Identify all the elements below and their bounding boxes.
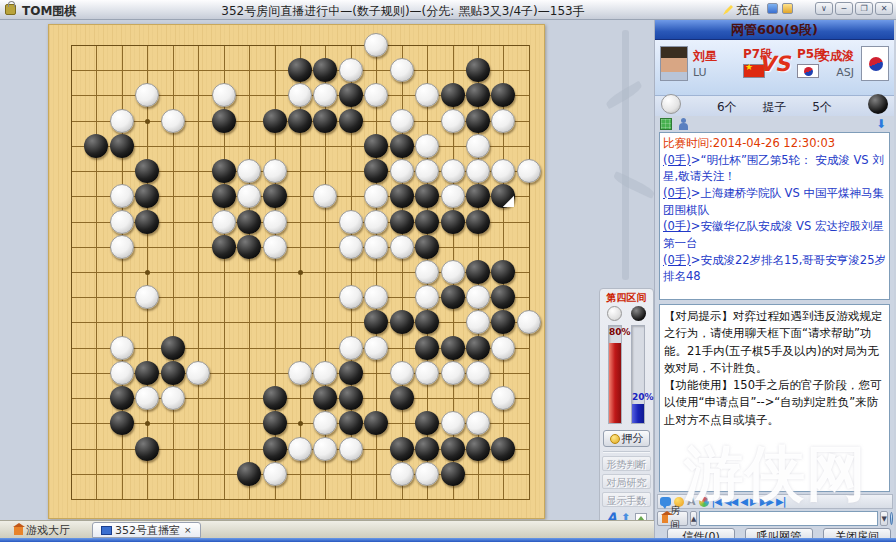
white-stone[interactable] xyxy=(364,235,388,259)
chat-message: (0手)>“明仕杯”围乙第5轮： 安成浚 VS 刘星,敬请关注！ xyxy=(663,152,886,185)
black-stone[interactable] xyxy=(415,235,439,259)
black-stone[interactable] xyxy=(441,437,465,461)
fast-forward-button[interactable]: ▶▶ xyxy=(760,496,773,508)
black-stone[interactable] xyxy=(212,109,236,133)
white-stone[interactable] xyxy=(517,159,541,183)
black-stone[interactable] xyxy=(212,159,236,183)
white-stone[interactable] xyxy=(364,210,388,234)
game-research-button[interactable]: 对局研究 xyxy=(602,474,651,489)
white-captures-count: 6个 xyxy=(717,99,737,116)
go-last-move-button[interactable]: ▶| xyxy=(776,496,785,508)
room-status-title: 352号房间直播进行中—(数子规则)—(分先: 黑贴3又3/4子)—153手 xyxy=(150,3,656,20)
black-stone[interactable] xyxy=(364,310,388,334)
white-stone[interactable] xyxy=(135,386,159,410)
white-stone[interactable] xyxy=(135,285,159,309)
white-stone[interactable] xyxy=(364,83,388,107)
white-stone[interactable] xyxy=(415,462,439,486)
white-stone[interactable] xyxy=(212,210,236,234)
chat-message-text: >安徽华亿队安成浚 VS 宏达控股刘星第一台 xyxy=(663,219,884,250)
match-time-line: 比赛时间:2014-04-26 12:30:03 xyxy=(663,135,886,152)
white-stone[interactable] xyxy=(161,109,185,133)
game-tips-box: 【对局提示】对弈过程如遇到违反游戏规定之行为，请使用聊天框下面“请求帮助”功能。… xyxy=(659,304,890,492)
captures-row: 6个 提子 5个 xyxy=(655,96,894,116)
left-player-name: 刘星 xyxy=(693,48,717,65)
next-move-button[interactable]: ▶ xyxy=(750,496,757,508)
chat-message: (0手)>安徽华亿队安成浚 VS 宏达控股刘星第一台 xyxy=(663,218,886,251)
white-stone[interactable] xyxy=(110,184,134,208)
white-stone[interactable] xyxy=(441,260,465,284)
white-stone[interactable] xyxy=(339,210,363,234)
board-grid-icon[interactable] xyxy=(660,118,672,130)
black-stone[interactable] xyxy=(135,437,159,461)
black-stone-icon xyxy=(631,306,646,321)
tab-label: 352号直播室 xyxy=(115,523,180,538)
chat-toolbar: A |◀ ◀◀ ◀ ▶ ▶▶ ▶| xyxy=(657,494,893,509)
white-stone[interactable] xyxy=(313,184,337,208)
minimize-button[interactable]: ─ xyxy=(835,2,853,15)
black-stone[interactable] xyxy=(415,184,439,208)
white-stone[interactable] xyxy=(441,361,465,385)
tab-broadcast-room[interactable]: 352号直播室 × xyxy=(92,522,201,538)
white-stone[interactable] xyxy=(491,159,515,183)
white-stone[interactable] xyxy=(491,336,515,360)
referee-header: 网管600(9段) xyxy=(655,20,894,40)
white-stone[interactable] xyxy=(339,235,363,259)
black-stone[interactable] xyxy=(313,386,337,410)
black-stone[interactable] xyxy=(466,437,490,461)
black-bet-percent: 20% xyxy=(632,392,644,402)
white-stone[interactable] xyxy=(212,83,236,107)
black-stone[interactable] xyxy=(110,411,134,435)
black-bet-fill xyxy=(632,404,644,423)
white-stone[interactable] xyxy=(364,285,388,309)
white-stone[interactable] xyxy=(466,411,490,435)
black-stone[interactable] xyxy=(466,210,490,234)
black-stone[interactable] xyxy=(237,462,261,486)
black-stone[interactable] xyxy=(110,134,134,158)
person-icon[interactable] xyxy=(678,118,689,130)
target-spinner-button[interactable]: ▲ xyxy=(690,511,697,526)
tip-paragraph: 【对局提示】对弈过程如遇到违反游戏规定之行为，请使用聊天框下面“请求帮助”功能。… xyxy=(664,308,885,377)
black-stone[interactable] xyxy=(135,210,159,234)
board-icon xyxy=(101,526,112,535)
white-stone[interactable] xyxy=(313,437,337,461)
black-stone[interactable] xyxy=(415,210,439,234)
black-stone[interactable] xyxy=(390,386,414,410)
window-controls: ∨ ─ ❐ ✕ xyxy=(815,2,893,15)
black-stone[interactable] xyxy=(263,386,287,410)
black-stone[interactable] xyxy=(135,361,159,385)
white-stone[interactable] xyxy=(263,210,287,234)
white-stone[interactable] xyxy=(390,235,414,259)
chat-message: (0手)>安成浚22岁排名15,哥哥安亨浚25岁排名48 xyxy=(663,252,886,285)
fast-rewind-button[interactable]: ◀◀ xyxy=(724,496,737,508)
white-stone[interactable] xyxy=(110,210,134,234)
recharge-label: 充值 xyxy=(736,2,760,19)
black-stone[interactable] xyxy=(339,109,363,133)
titlebar-tool-icon-blue[interactable] xyxy=(767,3,778,14)
white-bet-percent: 80% xyxy=(609,327,621,337)
globe-icon[interactable] xyxy=(699,497,709,507)
left-player-id: LU xyxy=(693,66,707,79)
move-link[interactable]: (0手) xyxy=(663,153,691,167)
app-lock-icon xyxy=(5,4,16,15)
black-stone[interactable] xyxy=(390,134,414,158)
black-stone[interactable] xyxy=(415,411,439,435)
white-stone[interactable] xyxy=(390,58,414,82)
white-stone[interactable] xyxy=(186,361,210,385)
black-stone[interactable] xyxy=(441,285,465,309)
white-stone[interactable] xyxy=(288,83,312,107)
white-bet-fill xyxy=(609,343,621,423)
white-stone[interactable] xyxy=(313,361,337,385)
black-stone[interactable] xyxy=(415,336,439,360)
black-stone[interactable] xyxy=(390,310,414,334)
white-stone[interactable] xyxy=(263,159,287,183)
tab-game-lobby[interactable]: 游戏大厅 xyxy=(6,522,78,538)
black-stone[interactable] xyxy=(339,411,363,435)
white-stone[interactable] xyxy=(517,310,541,334)
title-bar: TOM围棋 352号房间直播进行中—(数子规则)—(分先: 黑贴3又3/4子)—… xyxy=(0,0,896,20)
white-stone[interactable] xyxy=(339,437,363,461)
black-stone[interactable] xyxy=(339,361,363,385)
house-icon xyxy=(14,527,23,535)
black-stone[interactable] xyxy=(237,210,261,234)
white-stone[interactable] xyxy=(390,462,414,486)
black-stone[interactable] xyxy=(313,58,337,82)
last-move-marker xyxy=(502,195,514,207)
white-stone[interactable] xyxy=(364,336,388,360)
white-stone[interactable] xyxy=(263,462,287,486)
white-stone[interactable] xyxy=(466,134,490,158)
white-stone[interactable] xyxy=(441,159,465,183)
white-stone[interactable] xyxy=(364,184,388,208)
restore-button[interactable]: ❐ xyxy=(855,2,873,15)
black-stone[interactable] xyxy=(491,83,515,107)
black-stone[interactable] xyxy=(288,58,312,82)
board-grid xyxy=(71,45,530,500)
go-first-move-button[interactable]: |◀ xyxy=(712,496,721,508)
star-point xyxy=(145,270,150,275)
right-player-id: ASJ xyxy=(836,66,854,79)
chat-message-text: >“明仕杯”围乙第5轮： 安成浚 VS 刘星,敬请关注！ xyxy=(663,153,884,184)
players-box: 刘星 LU P7段 VS P5段 安成浚 ASJ xyxy=(655,40,894,96)
black-stone[interactable] xyxy=(466,109,490,133)
chat-message: (0手)>上海建桥学院队 VS 中国平煤神马集团围棋队 xyxy=(663,185,886,218)
white-stone[interactable] xyxy=(415,134,439,158)
white-stone[interactable] xyxy=(135,83,159,107)
white-stone[interactable] xyxy=(441,109,465,133)
chat-message-text: >上海建桥学院队 VS 中国平煤神马集团围棋队 xyxy=(663,186,884,217)
prev-move-button[interactable]: ◀ xyxy=(740,496,747,508)
house-icon xyxy=(662,515,668,523)
black-stone[interactable] xyxy=(339,386,363,410)
white-bet-gauge: 80% xyxy=(608,325,622,424)
black-stone[interactable] xyxy=(84,134,108,158)
chat-icon-strip: ⬇ xyxy=(655,116,894,132)
white-stone[interactable] xyxy=(237,159,261,183)
black-stone[interactable] xyxy=(441,210,465,234)
bet-button[interactable]: 押分 xyxy=(603,430,650,447)
room-target-button[interactable]: 房间 xyxy=(657,511,688,526)
black-stone[interactable] xyxy=(161,336,185,360)
situation-judge-button[interactable]: 形势判断 xyxy=(602,456,651,471)
move-link[interactable]: (0手) xyxy=(663,219,691,233)
font-style-icon[interactable]: A xyxy=(687,495,696,508)
white-capture-stone-icon xyxy=(661,94,681,114)
show-move-numbers-button[interactable]: 显示手数 xyxy=(602,492,651,507)
black-stone[interactable] xyxy=(491,260,515,284)
black-stone[interactable] xyxy=(466,83,490,107)
black-stone[interactable] xyxy=(288,109,312,133)
betting-panel: 第四区间 80% 20% 押分 形势判断 对局研究 显示手数 A ⬆ xyxy=(599,288,654,536)
white-stone[interactable] xyxy=(441,411,465,435)
black-stone[interactable] xyxy=(415,437,439,461)
pencil-icon xyxy=(723,5,733,15)
white-stone[interactable] xyxy=(491,386,515,410)
titlebar-tool-icon-yellow[interactable] xyxy=(782,3,793,14)
black-stone[interactable] xyxy=(263,184,287,208)
black-stone[interactable] xyxy=(390,184,414,208)
vs-label: VS xyxy=(759,52,790,76)
white-stone[interactable] xyxy=(415,361,439,385)
right-panel: 网管600(9段) 刘星 LU P7段 VS P5段 安成浚 ASJ 6个 提子… xyxy=(654,20,894,539)
panel-divider xyxy=(603,451,650,453)
white-stone[interactable] xyxy=(288,437,312,461)
black-stone[interactable] xyxy=(466,260,490,284)
black-stone[interactable] xyxy=(415,310,439,334)
black-stone[interactable] xyxy=(161,361,185,385)
white-stone[interactable] xyxy=(466,159,490,183)
download-arrow-icon[interactable]: ⬇ xyxy=(876,117,886,131)
white-stone[interactable] xyxy=(110,361,134,385)
white-stone[interactable] xyxy=(364,33,388,57)
black-stone[interactable] xyxy=(491,184,515,208)
window-bottom-edge xyxy=(0,538,896,542)
star-point xyxy=(145,119,150,124)
black-stone[interactable] xyxy=(263,437,287,461)
white-stone[interactable] xyxy=(339,336,363,360)
app-title: TOM围棋 xyxy=(22,3,76,20)
black-stone[interactable] xyxy=(441,336,465,360)
white-stone[interactable] xyxy=(339,58,363,82)
white-stone[interactable] xyxy=(415,159,439,183)
left-player-avatar xyxy=(660,46,688,81)
right-player-avatar xyxy=(861,46,889,81)
black-stone[interactable] xyxy=(466,184,490,208)
white-stone[interactable] xyxy=(110,235,134,259)
black-stone[interactable] xyxy=(491,310,515,334)
white-stone[interactable] xyxy=(415,260,439,284)
white-stone[interactable] xyxy=(390,361,414,385)
white-stone-icon xyxy=(607,306,622,321)
black-stone[interactable] xyxy=(364,411,388,435)
white-stone[interactable] xyxy=(415,285,439,309)
right-player-name: 安成浚 xyxy=(818,48,854,65)
black-bet-gauge: 20% xyxy=(631,325,645,424)
black-stone[interactable] xyxy=(263,411,287,435)
black-stone[interactable] xyxy=(339,83,363,107)
black-stone[interactable] xyxy=(491,437,515,461)
close-button[interactable]: ✕ xyxy=(875,2,893,15)
black-stone[interactable] xyxy=(263,109,287,133)
history-dropdown-button[interactable]: ▼ xyxy=(880,511,887,526)
white-stone[interactable] xyxy=(313,411,337,435)
black-capture-stone-icon xyxy=(868,94,888,114)
bet-section-label: 第四区间 xyxy=(600,289,653,305)
white-stone[interactable] xyxy=(161,386,185,410)
black-stone[interactable] xyxy=(441,83,465,107)
chat-text-input[interactable] xyxy=(699,511,878,526)
white-stone[interactable] xyxy=(110,109,134,133)
white-stone[interactable] xyxy=(466,310,490,334)
captures-label: 提子 xyxy=(763,99,787,116)
black-stone[interactable] xyxy=(135,159,159,183)
black-stone[interactable] xyxy=(390,210,414,234)
recharge-button[interactable]: 充值 xyxy=(723,2,760,18)
chat-input-row: 房间 ▲ ▼ xyxy=(657,510,893,526)
black-stone[interactable] xyxy=(364,159,388,183)
black-stone[interactable] xyxy=(491,285,515,309)
white-stone[interactable] xyxy=(491,109,515,133)
bottom-taskbar: 游戏大厅 352号直播室 × xyxy=(0,520,654,538)
black-stone[interactable] xyxy=(135,184,159,208)
white-stone[interactable] xyxy=(339,285,363,309)
white-stone[interactable] xyxy=(313,83,337,107)
korea-flag-icon xyxy=(797,64,819,78)
tab-close-icon[interactable]: × xyxy=(184,525,192,535)
black-stone[interactable] xyxy=(466,336,490,360)
bet-button-label: 押分 xyxy=(622,431,644,446)
black-stone[interactable] xyxy=(212,235,236,259)
coin-icon xyxy=(610,434,620,444)
black-captures-count: 5个 xyxy=(812,99,832,116)
white-stone[interactable] xyxy=(441,184,465,208)
black-stone[interactable] xyxy=(237,235,261,259)
window-menu-button[interactable]: ∨ xyxy=(815,2,833,15)
black-stone[interactable] xyxy=(364,134,388,158)
black-stone[interactable] xyxy=(390,437,414,461)
white-stone[interactable] xyxy=(415,83,439,107)
black-stone[interactable] xyxy=(441,462,465,486)
black-stone[interactable] xyxy=(466,58,490,82)
black-stone[interactable] xyxy=(212,184,236,208)
white-stone[interactable] xyxy=(466,361,490,385)
black-stone[interactable] xyxy=(313,109,337,133)
tab-label: 游戏大厅 xyxy=(26,523,70,538)
white-stone[interactable] xyxy=(110,336,134,360)
broadcast-chat-box[interactable]: 比赛时间:2014-04-26 12:30:03 (0手)>“明仕杯”围乙第5轮… xyxy=(659,132,890,300)
white-stone[interactable] xyxy=(237,184,261,208)
send-icon[interactable] xyxy=(890,512,893,525)
white-stone[interactable] xyxy=(288,361,312,385)
white-stone[interactable] xyxy=(263,235,287,259)
chat-message-text: >安成浚22岁排名15,哥哥安亨浚25岁排名48 xyxy=(663,253,886,284)
move-link[interactable]: (0手) xyxy=(663,186,691,200)
star-point xyxy=(145,421,150,426)
bamboo-watermark-decoration xyxy=(622,30,629,280)
star-point xyxy=(298,270,303,275)
white-stone[interactable] xyxy=(466,285,490,309)
go-board[interactable] xyxy=(48,24,545,519)
black-stone[interactable] xyxy=(110,386,134,410)
move-link[interactable]: (0手) xyxy=(663,253,691,267)
star-point xyxy=(298,421,303,426)
white-stone[interactable] xyxy=(390,159,414,183)
white-stone[interactable] xyxy=(390,109,414,133)
tip-paragraph: 【功能使用】150手之后的官子阶段，您可以使用“申请点目”-->“自动判定胜负”… xyxy=(664,377,885,429)
